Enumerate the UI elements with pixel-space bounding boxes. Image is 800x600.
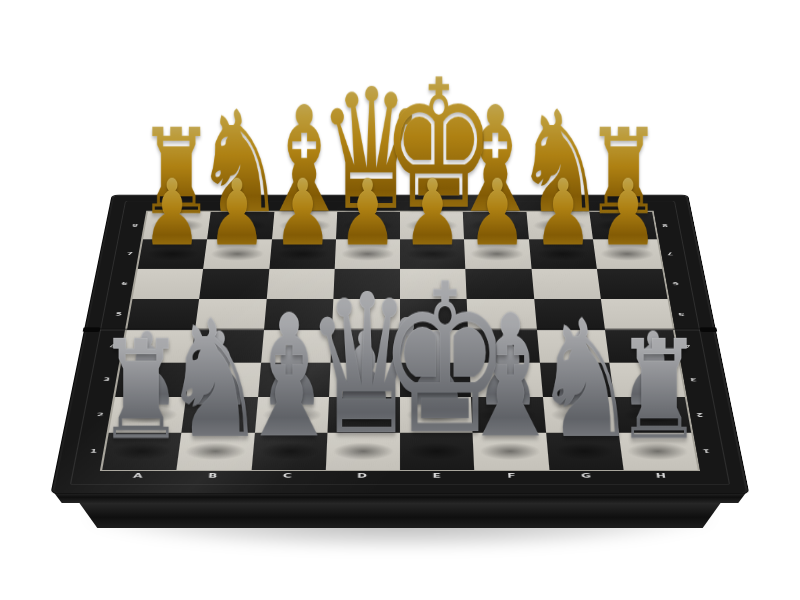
rank-label-right-6: 6	[665, 281, 685, 285]
chess-board: ABCDEFGH 87654321 87654321 ♜♞♝♛♚♝♞♜♟♟♟♟♟…	[52, 195, 749, 494]
gold-pawn-glyph: ♟	[576, 167, 679, 259]
photo-stage: ABCDEFGH 87654321 87654321 ♜♞♝♛♚♝♞♜♟♟♟♟♟…	[0, 0, 800, 600]
pieces-layer: ♜♞♝♛♚♝♞♜♟♟♟♟♟♟♟♟♟♟♟♟♟♟♟♟♜♞♝♛♚♝♞♜	[52, 195, 749, 494]
rank-label-right-7: 7	[660, 252, 680, 256]
rank-label-right-8: 8	[655, 223, 674, 227]
scene: ABCDEFGH 87654321 87654321 ♜♞♝♛♚♝♞♜♟♟♟♟♟…	[0, 0, 800, 600]
silver-king-glyph: ♚	[378, 257, 495, 463]
